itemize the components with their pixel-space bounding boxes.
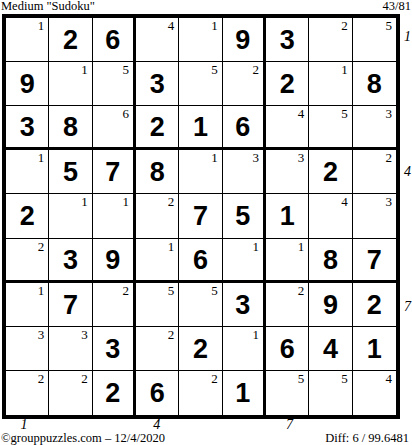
- cell-r2c4[interactable]: 3: [136, 62, 179, 106]
- cell-r3c3[interactable]: 6: [93, 106, 136, 150]
- pencil-mark: 5: [122, 62, 129, 77]
- pencil-mark: 1: [122, 194, 129, 209]
- given-digit: 9: [6, 62, 48, 105]
- cell-r1c2[interactable]: 2: [49, 18, 92, 62]
- cell-r3c9[interactable]: 3: [353, 106, 396, 150]
- cell-r9c4[interactable]: 6: [136, 371, 179, 415]
- pencil-mark: 5: [341, 106, 348, 121]
- cell-r8c9[interactable]: 1: [353, 327, 396, 371]
- given-digit: 8: [353, 62, 396, 105]
- pencil-mark: 1: [168, 239, 175, 254]
- given-digit: 1: [353, 327, 396, 370]
- cell-r5c9[interactable]: 3: [353, 194, 396, 238]
- row-marker-7: 7: [404, 299, 411, 315]
- pencil-mark: 4: [385, 371, 392, 386]
- pencil-mark: 2: [298, 283, 305, 298]
- cell-r8c1[interactable]: 3: [6, 327, 49, 371]
- given-digit: 5: [223, 194, 263, 237]
- cell-r5c8[interactable]: 4: [309, 194, 352, 238]
- cell-r6c6[interactable]: 1: [223, 239, 266, 283]
- given-digit: 7: [353, 239, 396, 280]
- given-digit: 8: [136, 150, 178, 193]
- cell-r6c9[interactable]: 7: [353, 239, 396, 283]
- given-digit: 6: [179, 239, 221, 280]
- pencil-mark: 1: [211, 150, 218, 165]
- pencil-mark: 5: [298, 371, 305, 386]
- cell-r8c4[interactable]: 2: [136, 327, 179, 371]
- pencil-mark: 2: [385, 150, 392, 165]
- pencil-mark: 3: [385, 106, 392, 121]
- pencil-mark: 3: [385, 194, 392, 209]
- cell-r1c6[interactable]: 9: [223, 18, 266, 62]
- cell-r5c7[interactable]: 1: [266, 194, 309, 238]
- pencil-mark: 2: [168, 327, 175, 342]
- given-digit: 3: [266, 18, 308, 61]
- given-digit: 3: [49, 239, 91, 280]
- pencil-mark: 3: [38, 327, 45, 342]
- cell-r6c5[interactable]: 6: [179, 239, 222, 283]
- given-digit: 7: [93, 150, 133, 193]
- cell-r1c3[interactable]: 6: [93, 18, 136, 62]
- cell-r9c3[interactable]: 2: [93, 371, 136, 415]
- pencil-mark: 1: [38, 150, 45, 165]
- pencil-mark: 1: [38, 283, 45, 298]
- given-digit: 2: [93, 371, 133, 415]
- cell-r3c2[interactable]: 8: [49, 106, 92, 150]
- cell-r5c6[interactable]: 5: [223, 194, 266, 238]
- given-digit: 2: [309, 150, 351, 193]
- pencil-mark: 2: [81, 371, 88, 386]
- given-digit: 1: [179, 106, 221, 147]
- given-digit: 2: [49, 18, 91, 61]
- pencil-mark: 5: [385, 18, 392, 33]
- cell-r4c9[interactable]: 2: [353, 150, 396, 194]
- cell-r7c6[interactable]: 3: [223, 283, 266, 327]
- cell-r5c1[interactable]: 2: [6, 194, 49, 238]
- cell-r8c7[interactable]: 6: [266, 327, 309, 371]
- cell-r2c7[interactable]: 2: [266, 62, 309, 106]
- given-digit: 3: [136, 62, 178, 105]
- cell-r7c4[interactable]: 5: [136, 283, 179, 327]
- given-digit: 2: [266, 62, 308, 105]
- cell-r7c5[interactable]: 5: [179, 283, 222, 327]
- given-digit: 6: [266, 327, 308, 370]
- cell-r5c5[interactable]: 7: [179, 194, 222, 238]
- given-digit: 9: [309, 283, 351, 326]
- given-digit: 2: [179, 327, 221, 370]
- given-digit: 6: [223, 106, 263, 147]
- cell-r4c3[interactable]: 7: [93, 150, 136, 194]
- cell-r2c6[interactable]: 2: [223, 62, 266, 106]
- given-digit: 9: [93, 239, 133, 280]
- page-title: Medium "Sudoku": [1, 0, 95, 13]
- cell-r1c9[interactable]: 5: [353, 18, 396, 62]
- given-digit: 9: [223, 18, 263, 61]
- cell-r7c7[interactable]: 2: [266, 283, 309, 327]
- given-digit: 5: [49, 150, 91, 193]
- cell-r7c9[interactable]: 2: [353, 283, 396, 327]
- pencil-mark: 1: [211, 18, 218, 33]
- cell-r2c3[interactable]: 5: [93, 62, 136, 106]
- given-digit: 8: [309, 239, 351, 280]
- pencil-mark: 2: [122, 283, 129, 298]
- row-marker-4: 4: [404, 164, 411, 180]
- cell-r6c4[interactable]: 1: [136, 239, 179, 283]
- cell-r9c5[interactable]: 2: [179, 371, 222, 415]
- row-markers: 147: [401, 14, 412, 419]
- given-digit: 6: [93, 18, 133, 61]
- cell-r9c6[interactable]: 1: [223, 371, 266, 415]
- cell-r6c8[interactable]: 8: [309, 239, 352, 283]
- pencil-mark: 3: [81, 327, 88, 342]
- cell-r7c3[interactable]: 2: [93, 283, 136, 327]
- cell-r8c8[interactable]: 4: [309, 327, 352, 371]
- cell-r5c4[interactable]: 2: [136, 194, 179, 238]
- given-digit: 2: [6, 194, 48, 237]
- pencil-mark: 4: [341, 194, 348, 209]
- cell-r1c4[interactable]: 4: [136, 18, 179, 62]
- pencil-mark: 1: [81, 194, 88, 209]
- cell-r4c8[interactable]: 2: [309, 150, 352, 194]
- pencil-mark: 5: [211, 283, 218, 298]
- pencil-mark: 2: [341, 18, 348, 33]
- cell-r8c3[interactable]: 3: [93, 327, 136, 371]
- cell-r3c1[interactable]: 3: [6, 106, 49, 150]
- cell-r6c1[interactable]: 2: [6, 239, 49, 283]
- cell-r8c5[interactable]: 2: [179, 327, 222, 371]
- cell-r1c8[interactable]: 2: [309, 18, 352, 62]
- cell-r1c5[interactable]: 1: [179, 18, 222, 62]
- cell-r1c7[interactable]: 3: [266, 18, 309, 62]
- pencil-mark: 1: [81, 62, 88, 77]
- cell-r6c2[interactable]: 3: [49, 239, 92, 283]
- pencil-mark: 3: [252, 150, 259, 165]
- given-digit: 3: [6, 106, 48, 147]
- given-digit: 4: [309, 327, 351, 370]
- cell-r3c5[interactable]: 1: [179, 106, 222, 150]
- pencil-mark: 4: [298, 106, 305, 121]
- cell-r8c2[interactable]: 3: [49, 327, 92, 371]
- cell-r9c7[interactable]: 5: [266, 371, 309, 415]
- cell-r5c3[interactable]: 1: [93, 194, 136, 238]
- cell-counter: 43/81: [383, 0, 411, 13]
- pencil-mark: 1: [252, 327, 259, 342]
- pencil-mark: 2: [38, 239, 45, 254]
- cell-r7c1[interactable]: 1: [6, 283, 49, 327]
- given-digit: 7: [49, 283, 91, 326]
- header: Medium "Sudoku" 43/81: [1, 0, 411, 14]
- given-digit: 1: [266, 194, 308, 237]
- given-digit: 1: [223, 371, 263, 415]
- cell-r3c8[interactable]: 5: [309, 106, 352, 150]
- pencil-mark: 2: [168, 194, 175, 209]
- cell-r2c9[interactable]: 8: [353, 62, 396, 106]
- cell-r2c5[interactable]: 5: [179, 62, 222, 106]
- given-digit: 2: [353, 283, 396, 326]
- pencil-mark: 2: [38, 371, 45, 386]
- cell-r4c5[interactable]: 1: [179, 150, 222, 194]
- pencil-mark: 5: [168, 283, 175, 298]
- pencil-mark: 1: [341, 62, 348, 77]
- given-digit: 8: [49, 106, 91, 147]
- sudoku-board: 1264193259153522183862164531578133222112…: [2, 14, 400, 419]
- cell-r4c4[interactable]: 8: [136, 150, 179, 194]
- cell-r8c6[interactable]: 1: [223, 327, 266, 371]
- given-digit: 7: [179, 194, 221, 237]
- cell-r6c3[interactable]: 9: [93, 239, 136, 283]
- cell-r2c8[interactable]: 1: [309, 62, 352, 106]
- cell-r9c1[interactable]: 2: [6, 371, 49, 415]
- cell-r3c7[interactable]: 4: [266, 106, 309, 150]
- pencil-mark: 1: [38, 18, 45, 33]
- cell-r4c7[interactable]: 3: [266, 150, 309, 194]
- cell-r2c1[interactable]: 9: [6, 62, 49, 106]
- pencil-mark: 6: [122, 106, 129, 121]
- pencil-mark: 5: [341, 371, 348, 386]
- given-digit: 6: [136, 371, 178, 415]
- difficulty-text: Diff: 6 / 99.6481: [325, 431, 409, 445]
- pencil-mark: 2: [211, 371, 218, 386]
- cell-r5c2[interactable]: 1: [49, 194, 92, 238]
- cell-r9c8[interactable]: 5: [309, 371, 352, 415]
- cell-r1c1[interactable]: 1: [6, 18, 49, 62]
- given-digit: 2: [136, 106, 178, 147]
- footer: ©grouppuzzles.com – 12/4/2020 Diff: 6 / …: [1, 430, 409, 445]
- given-digit: 3: [93, 327, 133, 370]
- cell-r3c6[interactable]: 6: [223, 106, 266, 150]
- cell-r7c8[interactable]: 9: [309, 283, 352, 327]
- pencil-mark: 1: [298, 239, 305, 254]
- cell-r7c2[interactable]: 7: [49, 283, 92, 327]
- cell-r2c2[interactable]: 1: [49, 62, 92, 106]
- pencil-mark: 4: [168, 18, 175, 33]
- given-digit: 3: [223, 283, 263, 326]
- pencil-mark: 2: [252, 62, 259, 77]
- cell-r6c7[interactable]: 1: [266, 239, 309, 283]
- pencil-mark: 3: [298, 150, 305, 165]
- cell-r9c2[interactable]: 2: [49, 371, 92, 415]
- cell-r9c9[interactable]: 4: [353, 371, 396, 415]
- pencil-mark: 1: [252, 239, 259, 254]
- copyright-text: ©grouppuzzles.com – 12/4/2020: [1, 431, 165, 445]
- pencil-mark: 5: [211, 62, 218, 77]
- row-marker-1: 1: [404, 29, 411, 45]
- sudoku-page: Medium "Sudoku" 43/81 126419325915352218…: [0, 0, 412, 445]
- cell-r4c1[interactable]: 1: [6, 150, 49, 194]
- cell-r4c6[interactable]: 3: [223, 150, 266, 194]
- cell-r4c2[interactable]: 5: [49, 150, 92, 194]
- cell-r3c4[interactable]: 2: [136, 106, 179, 150]
